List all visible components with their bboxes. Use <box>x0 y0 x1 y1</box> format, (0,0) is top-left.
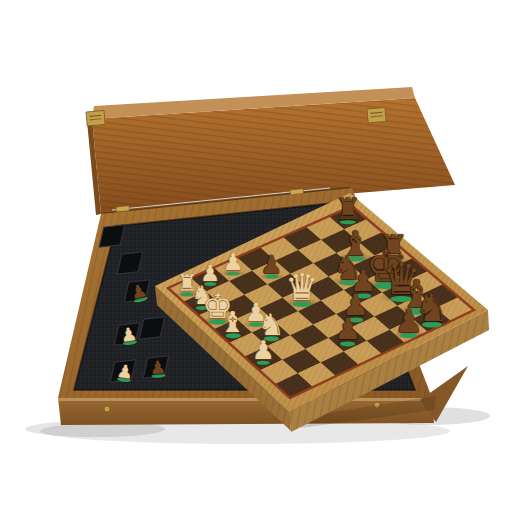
pawn-glyph: ♟ <box>223 251 244 274</box>
chess-piece-black-rook[interactable]: ♜ <box>335 194 362 224</box>
scene-graphic <box>0 0 510 510</box>
pawn-glyph: ♟ <box>260 253 282 278</box>
chess-piece-black-pawn[interactable]: ♟ <box>260 253 282 278</box>
case-front-top-highlight <box>58 398 432 401</box>
pawn-glyph: ♟ <box>334 316 360 346</box>
brass-plate <box>86 110 105 126</box>
brass-plaque-right <box>367 107 386 123</box>
hinge-block <box>116 206 129 212</box>
rook-glyph: ♜ <box>335 194 362 224</box>
stored-piece-white-pawn[interactable]: ♟ <box>120 325 138 345</box>
pawn-glyph: ♟ <box>394 305 423 337</box>
pawn-glyph: ♟ <box>120 325 138 345</box>
pawn-glyph: ♟ <box>252 338 275 364</box>
chess-piece-white-pawn[interactable]: ♟ <box>252 338 275 364</box>
brass-plate <box>367 107 386 123</box>
bishop-glyph: ♝ <box>220 308 246 337</box>
chess-piece-white-pawn[interactable]: ♟ <box>223 251 244 274</box>
chess-piece-white-queen[interactable]: ♛ <box>285 269 318 306</box>
chess-piece-white-bishop[interactable]: ♝ <box>220 308 246 337</box>
chess-piece-black-pawn[interactable]: ♟ <box>334 316 360 346</box>
brass-plaque-left <box>86 110 105 126</box>
brass-pin-left <box>104 406 110 412</box>
chess-piece-black-pawn[interactable]: ♟ <box>394 305 423 337</box>
stored-piece-black-pawn[interactable]: ♟ <box>149 358 166 377</box>
pawn-glyph: ♟ <box>116 362 134 382</box>
stored-piece-white-pawn[interactable]: ♟ <box>116 362 134 382</box>
queen-glyph: ♛ <box>285 269 318 306</box>
pawn-glyph: ♟ <box>149 358 166 377</box>
chess-set-product-photo: ♜♝♜♟♟♞♟♚♜♟♛♟♛♞♝♟♚♞♟♝♟♞♟♟♟♟♟ <box>0 0 510 510</box>
